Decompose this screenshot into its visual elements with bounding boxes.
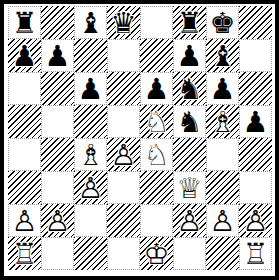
- square-d2[interactable]: [107, 204, 140, 237]
- white-bishop-g5: ♝♗: [206, 105, 239, 138]
- square-e7[interactable]: [140, 39, 173, 72]
- square-h1[interactable]: ♜♖: [239, 237, 272, 270]
- piece-outline-layer: ♔: [144, 239, 170, 268]
- white-king-e1: ♚♔: [140, 237, 173, 270]
- square-a6[interactable]: [8, 72, 41, 105]
- square-a3[interactable]: [8, 171, 41, 204]
- black-bishop-g7: ♝: [206, 39, 239, 72]
- black-pawn-f7: ♟: [173, 39, 206, 72]
- square-e6[interactable]: ♟: [140, 72, 173, 105]
- piece-glyph: ♝: [210, 41, 236, 70]
- square-c8[interactable]: ♝: [74, 6, 107, 39]
- square-a1[interactable]: ♜♖: [8, 237, 41, 270]
- white-pawn-h2: ♟♙: [239, 204, 272, 237]
- chess-board: ♜♝♛♜♚♟♟♟♝♟♟♞♟♞♘♞♝♗♟♝♗♟♙♞♘♟♙♛♕♟♙♟♙♟♙♟♙♟♙♜…: [8, 6, 272, 270]
- piece-outline-layer: ♖: [12, 239, 38, 268]
- white-queen-f3: ♛♕: [173, 171, 206, 204]
- white-knight-e4: ♞♘: [140, 138, 173, 171]
- square-e1[interactable]: ♚♔: [140, 237, 173, 270]
- piece-outline-layer: ♗: [210, 107, 236, 136]
- square-h6[interactable]: [239, 72, 272, 105]
- square-c4[interactable]: ♝♗: [74, 138, 107, 171]
- piece-glyph: ♟: [243, 107, 269, 136]
- square-d7[interactable]: [107, 39, 140, 72]
- white-pawn-b2: ♟♙: [41, 204, 74, 237]
- piece-glyph: ♜: [177, 8, 203, 37]
- square-g1[interactable]: [206, 237, 239, 270]
- piece-outline-layer: ♙: [177, 206, 203, 235]
- square-b8[interactable]: [41, 6, 74, 39]
- piece-outline-layer: ♙: [243, 206, 269, 235]
- black-rook-a8: ♜: [8, 6, 41, 39]
- square-h2[interactable]: ♟♙: [239, 204, 272, 237]
- square-c3[interactable]: ♟♙: [74, 171, 107, 204]
- square-a8[interactable]: ♜: [8, 6, 41, 39]
- black-pawn-g6: ♟: [206, 72, 239, 105]
- square-d4[interactable]: ♟♙: [107, 138, 140, 171]
- square-c1[interactable]: [74, 237, 107, 270]
- piece-glyph: ♟: [210, 74, 236, 103]
- piece-glyph: ♟: [78, 74, 104, 103]
- square-g2[interactable]: ♟♙: [206, 204, 239, 237]
- piece-glyph: ♟: [12, 41, 38, 70]
- piece-glyph: ♞: [177, 74, 203, 103]
- square-b3[interactable]: [41, 171, 74, 204]
- black-queen-d8: ♛: [107, 6, 140, 39]
- white-knight-e5: ♞♘: [140, 105, 173, 138]
- square-e8[interactable]: [140, 6, 173, 39]
- square-f4[interactable]: [173, 138, 206, 171]
- white-rook-h1: ♜♖: [239, 237, 272, 270]
- square-h5[interactable]: ♟: [239, 105, 272, 138]
- square-f8[interactable]: ♜: [173, 6, 206, 39]
- square-e2[interactable]: [140, 204, 173, 237]
- piece-outline-layer: ♖: [243, 239, 269, 268]
- piece-outline-layer: ♙: [78, 173, 104, 202]
- black-rook-f8: ♜: [173, 6, 206, 39]
- square-f3[interactable]: ♛♕: [173, 171, 206, 204]
- square-c7[interactable]: [74, 39, 107, 72]
- white-pawn-d4: ♟♙: [107, 138, 140, 171]
- white-rook-a1: ♜♖: [8, 237, 41, 270]
- piece-glyph: ♟: [177, 41, 203, 70]
- square-f7[interactable]: ♟: [173, 39, 206, 72]
- square-f5[interactable]: ♞: [173, 105, 206, 138]
- square-f2[interactable]: ♟♙: [173, 204, 206, 237]
- square-h7[interactable]: [239, 39, 272, 72]
- white-pawn-a2: ♟♙: [8, 204, 41, 237]
- black-pawn-e6: ♟: [140, 72, 173, 105]
- black-pawn-h5: ♟: [239, 105, 272, 138]
- square-b6[interactable]: [41, 72, 74, 105]
- square-c2[interactable]: [74, 204, 107, 237]
- piece-glyph: ♜: [12, 8, 38, 37]
- black-king-g8: ♚: [206, 6, 239, 39]
- piece-outline-layer: ♘: [144, 140, 170, 169]
- square-g7[interactable]: ♝: [206, 39, 239, 72]
- square-a2[interactable]: ♟♙: [8, 204, 41, 237]
- square-a4[interactable]: [8, 138, 41, 171]
- square-b5[interactable]: [41, 105, 74, 138]
- square-e3[interactable]: [140, 171, 173, 204]
- piece-outline-layer: ♘: [144, 107, 170, 136]
- piece-glyph: ♞: [177, 107, 203, 136]
- piece-outline-layer: ♙: [111, 140, 137, 169]
- square-g5[interactable]: ♝♗: [206, 105, 239, 138]
- square-a5[interactable]: [8, 105, 41, 138]
- black-knight-f5: ♞: [173, 105, 206, 138]
- square-a7[interactable]: ♟: [8, 39, 41, 72]
- piece-glyph: ♚: [210, 8, 236, 37]
- square-g8[interactable]: ♚: [206, 6, 239, 39]
- white-pawn-f2: ♟♙: [173, 204, 206, 237]
- square-d1[interactable]: [107, 237, 140, 270]
- piece-glyph: ♟: [45, 41, 71, 70]
- square-g3[interactable]: [206, 171, 239, 204]
- piece-outline-layer: ♙: [45, 206, 71, 235]
- chess-diagram: ♜♝♛♜♚♟♟♟♝♟♟♞♟♞♘♞♝♗♟♝♗♟♙♞♘♟♙♛♕♟♙♟♙♟♙♟♙♟♙♜…: [0, 0, 279, 280]
- square-b4[interactable]: [41, 138, 74, 171]
- square-d5[interactable]: [107, 105, 140, 138]
- black-bishop-c8: ♝: [74, 6, 107, 39]
- square-h4[interactable]: [239, 138, 272, 171]
- piece-glyph: ♟: [144, 74, 170, 103]
- square-c6[interactable]: ♟: [74, 72, 107, 105]
- square-f6[interactable]: ♞: [173, 72, 206, 105]
- square-h8[interactable]: [239, 6, 272, 39]
- square-c5[interactable]: [74, 105, 107, 138]
- white-bishop-c4: ♝♗: [74, 138, 107, 171]
- square-b1[interactable]: [41, 237, 74, 270]
- piece-outline-layer: ♙: [210, 206, 236, 235]
- black-pawn-b7: ♟: [41, 39, 74, 72]
- square-b7[interactable]: ♟: [41, 39, 74, 72]
- white-pawn-c3: ♟♙: [74, 171, 107, 204]
- piece-glyph: ♝: [78, 8, 104, 37]
- square-d6[interactable]: [107, 72, 140, 105]
- square-d8[interactable]: ♛: [107, 6, 140, 39]
- black-pawn-c6: ♟: [74, 72, 107, 105]
- square-g6[interactable]: ♟: [206, 72, 239, 105]
- square-h3[interactable]: [239, 171, 272, 204]
- square-e4[interactable]: ♞♘: [140, 138, 173, 171]
- black-knight-f6: ♞: [173, 72, 206, 105]
- black-pawn-a7: ♟: [8, 39, 41, 72]
- square-e5[interactable]: ♞♘: [140, 105, 173, 138]
- white-pawn-g2: ♟♙: [206, 204, 239, 237]
- square-b2[interactable]: ♟♙: [41, 204, 74, 237]
- piece-glyph: ♛: [111, 8, 137, 37]
- piece-outline-layer: ♙: [12, 206, 38, 235]
- square-f1[interactable]: [173, 237, 206, 270]
- square-g4[interactable]: [206, 138, 239, 171]
- piece-outline-layer: ♗: [78, 140, 104, 169]
- piece-outline-layer: ♕: [177, 173, 203, 202]
- square-d3[interactable]: [107, 171, 140, 204]
